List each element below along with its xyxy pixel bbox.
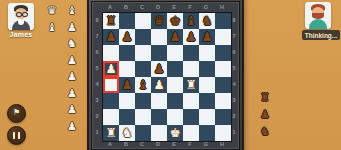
square-e1[interactable]: ♚ <box>167 125 183 141</box>
white-king-e1[interactable]: ♚ <box>167 125 183 141</box>
captured-white-knight: ♞ <box>65 37 79 51</box>
avatar-left-player <box>8 3 34 30</box>
square-h5[interactable] <box>215 61 231 77</box>
square-h3[interactable] <box>215 93 231 109</box>
black-queen-d8[interactable]: ♛ <box>151 13 167 29</box>
left-player-name: James <box>6 31 36 38</box>
chess-board: ♜♛♚♝♞♟♟♟♟♟♟♟♟♝♟♜♜♞♚ <box>102 12 232 142</box>
white-pawn-a5[interactable]: ♟ <box>103 61 119 77</box>
file-labels-top: ABCDEFGH <box>102 3 230 11</box>
white-rook-f4[interactable]: ♜ <box>183 77 199 93</box>
square-h1[interactable] <box>215 125 231 141</box>
square-b6[interactable] <box>119 45 135 61</box>
square-a5[interactable]: ♟ <box>103 61 119 77</box>
square-e6[interactable] <box>167 45 183 61</box>
captured-white-tray: ♛♝♝♟♞♟♟♟♟♟ <box>45 4 81 146</box>
square-h2[interactable] <box>215 109 231 125</box>
square-d4[interactable]: ♟ <box>151 77 167 93</box>
captured-white-bishop: ♝ <box>65 4 79 18</box>
captured-white-bishop: ♝ <box>45 21 59 35</box>
black-rook-a8[interactable]: ♜ <box>103 13 119 29</box>
square-f8[interactable]: ♝ <box>183 13 199 29</box>
square-g7[interactable]: ♟ <box>199 29 215 45</box>
black-pawn-g7[interactable]: ♟ <box>199 29 215 45</box>
square-g1[interactable] <box>199 125 215 141</box>
coord-label: B <box>118 3 134 11</box>
black-king-e8[interactable]: ♚ <box>167 13 183 29</box>
coord-label: 4 <box>93 76 101 92</box>
square-h7[interactable] <box>215 29 231 45</box>
square-c4[interactable]: ♝ <box>135 77 151 93</box>
captured-white-pawn: ♟ <box>65 87 79 101</box>
square-d3[interactable] <box>151 93 167 109</box>
square-a8[interactable]: ♜ <box>103 13 119 29</box>
black-bishop-f8[interactable]: ♝ <box>183 13 199 29</box>
square-c8[interactable] <box>135 13 151 29</box>
square-c3[interactable] <box>135 93 151 109</box>
square-a3[interactable] <box>103 93 119 109</box>
square-e7[interactable]: ♟ <box>167 29 183 45</box>
black-pawn-b4[interactable]: ♟ <box>119 77 135 93</box>
square-b4[interactable]: ♟ <box>119 77 135 93</box>
square-e5[interactable] <box>167 61 183 77</box>
coord-label: H <box>214 3 230 11</box>
black-pawn-b7[interactable]: ♟ <box>119 29 135 45</box>
square-f5[interactable] <box>183 61 199 77</box>
square-f3[interactable] <box>183 93 199 109</box>
square-e4[interactable] <box>167 77 183 93</box>
square-g2[interactable] <box>199 109 215 125</box>
square-h8[interactable] <box>215 13 231 29</box>
square-b7[interactable]: ♟ <box>119 29 135 45</box>
black-bishop-c4[interactable]: ♝ <box>135 77 151 93</box>
square-e8[interactable]: ♚ <box>167 13 183 29</box>
coord-label: 8 <box>93 12 101 28</box>
square-e2[interactable] <box>167 109 183 125</box>
captured-white-pawn: ♟ <box>65 21 79 35</box>
board-coordinate-strip: ABCDEFGH ABCDEFGH 87654321 87654321 ♜♛♚♝… <box>91 1 240 150</box>
coord-label: 7 <box>93 28 101 44</box>
pause-icon <box>13 132 20 139</box>
rank-labels-left: 87654321 <box>93 12 101 140</box>
square-d2[interactable] <box>151 109 167 125</box>
coord-label: 2 <box>93 108 101 124</box>
board-frame: ABCDEFGH ABCDEFGH 87654321 87654321 ♜♛♚♝… <box>87 0 244 150</box>
square-d6[interactable] <box>151 45 167 61</box>
right-player-status: Thinking... <box>302 30 340 40</box>
square-f7[interactable]: ♟ <box>183 29 199 45</box>
square-c2[interactable] <box>135 109 151 125</box>
square-h4[interactable] <box>215 77 231 93</box>
avatar-right-player <box>305 2 331 29</box>
coord-label: A <box>102 3 118 11</box>
square-h6[interactable] <box>215 45 231 61</box>
coord-label: C <box>134 3 150 11</box>
square-c7[interactable] <box>135 29 151 45</box>
white-pawn-d4[interactable]: ♟ <box>151 77 167 93</box>
white-knight-b1[interactable]: ♞ <box>119 125 135 141</box>
square-d8[interactable]: ♛ <box>151 13 167 29</box>
square-g6[interactable] <box>199 45 215 61</box>
square-c1[interactable] <box>135 125 151 141</box>
glasses-icon <box>22 12 28 17</box>
square-f6[interactable] <box>183 45 199 61</box>
square-g4[interactable] <box>199 77 215 93</box>
square-b5[interactable] <box>119 61 135 77</box>
square-e3[interactable] <box>167 93 183 109</box>
captured-white-queen: ♛ <box>45 4 59 18</box>
black-knight-g8[interactable]: ♞ <box>199 13 215 29</box>
square-a7[interactable]: ♟ <box>103 29 119 45</box>
coord-label: G <box>198 3 214 11</box>
square-a6[interactable] <box>103 45 119 61</box>
square-b3[interactable] <box>119 93 135 109</box>
pause-button[interactable] <box>7 126 26 145</box>
square-f1[interactable] <box>183 125 199 141</box>
square-g8[interactable]: ♞ <box>199 13 215 29</box>
captured-black-rook: ♜ <box>258 91 272 105</box>
square-g5[interactable] <box>199 61 215 77</box>
square-d1[interactable] <box>151 125 167 141</box>
square-b8[interactable] <box>119 13 135 29</box>
black-pawn-f7[interactable]: ♟ <box>183 29 199 45</box>
square-a1[interactable]: ♜ <box>103 125 119 141</box>
avatar-shirt <box>309 19 327 29</box>
flag-icon: ⚑ <box>8 105 25 122</box>
square-c5[interactable] <box>135 61 151 77</box>
captured-black-knight: ♞ <box>258 125 272 139</box>
coord-label: E <box>166 3 182 11</box>
square-g3[interactable] <box>199 93 215 109</box>
captured-white-pawn: ♟ <box>65 103 79 117</box>
coord-label: 6 <box>93 44 101 60</box>
square-a2[interactable] <box>103 109 119 125</box>
square-f2[interactable] <box>183 109 199 125</box>
chess-app: James Thinking... ♛♝♝♟♞♟♟♟♟♟ ♜♟♞ ABCDEFG… <box>0 0 341 150</box>
coord-label: 1 <box>93 124 101 140</box>
square-a4[interactable] <box>103 77 119 93</box>
captured-white-pawn: ♟ <box>65 54 79 68</box>
square-d5[interactable]: ♟ <box>151 61 167 77</box>
square-f4[interactable]: ♜ <box>183 77 199 93</box>
square-d7[interactable] <box>151 29 167 45</box>
white-rook-a1[interactable]: ♜ <box>103 125 119 141</box>
coord-label: 3 <box>93 92 101 108</box>
black-pawn-a7[interactable]: ♟ <box>103 29 119 45</box>
coord-label: D <box>150 3 166 11</box>
flag-button[interactable]: ⚑ <box>7 104 26 123</box>
black-pawn-d5[interactable]: ♟ <box>151 61 167 77</box>
square-b1[interactable]: ♞ <box>119 125 135 141</box>
captured-white-pawn: ♟ <box>65 70 79 84</box>
square-c6[interactable] <box>135 45 151 61</box>
coord-label: F <box>182 3 198 11</box>
square-b2[interactable] <box>119 109 135 125</box>
captured-black-tray: ♜♟♞ <box>258 91 274 147</box>
captured-white-pawn: ♟ <box>65 120 79 134</box>
black-pawn-e7[interactable]: ♟ <box>167 29 183 45</box>
captured-black-pawn: ♟ <box>258 108 272 122</box>
coord-label: 5 <box>93 60 101 76</box>
